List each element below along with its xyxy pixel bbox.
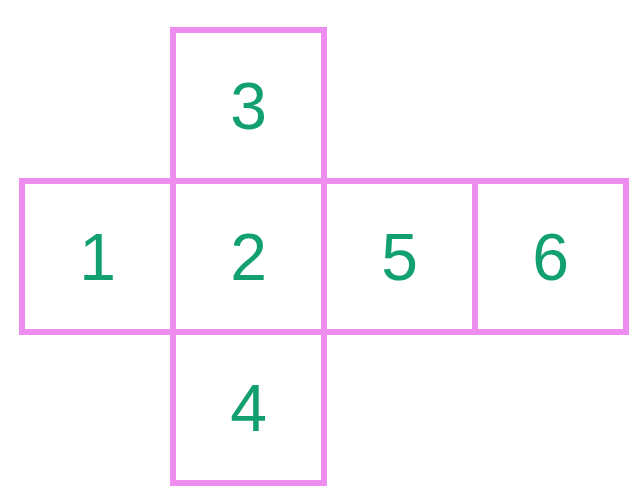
face-number: 1: [79, 224, 116, 290]
net-cell-3: 3: [170, 27, 327, 184]
cube-net-diagram: 312564: [0, 0, 640, 502]
net-cell-1: 1: [19, 178, 176, 335]
net-cell-5: 5: [321, 178, 478, 335]
face-number: 4: [230, 375, 267, 441]
net-cell-2: 2: [170, 178, 327, 335]
net-cell-6: 6: [472, 178, 629, 335]
cube-net: 312564: [0, 0, 640, 502]
face-number: 5: [381, 224, 418, 290]
face-number: 2: [230, 224, 267, 290]
face-number: 3: [230, 73, 267, 139]
net-cell-4: 4: [170, 329, 327, 486]
face-number: 6: [532, 224, 569, 290]
